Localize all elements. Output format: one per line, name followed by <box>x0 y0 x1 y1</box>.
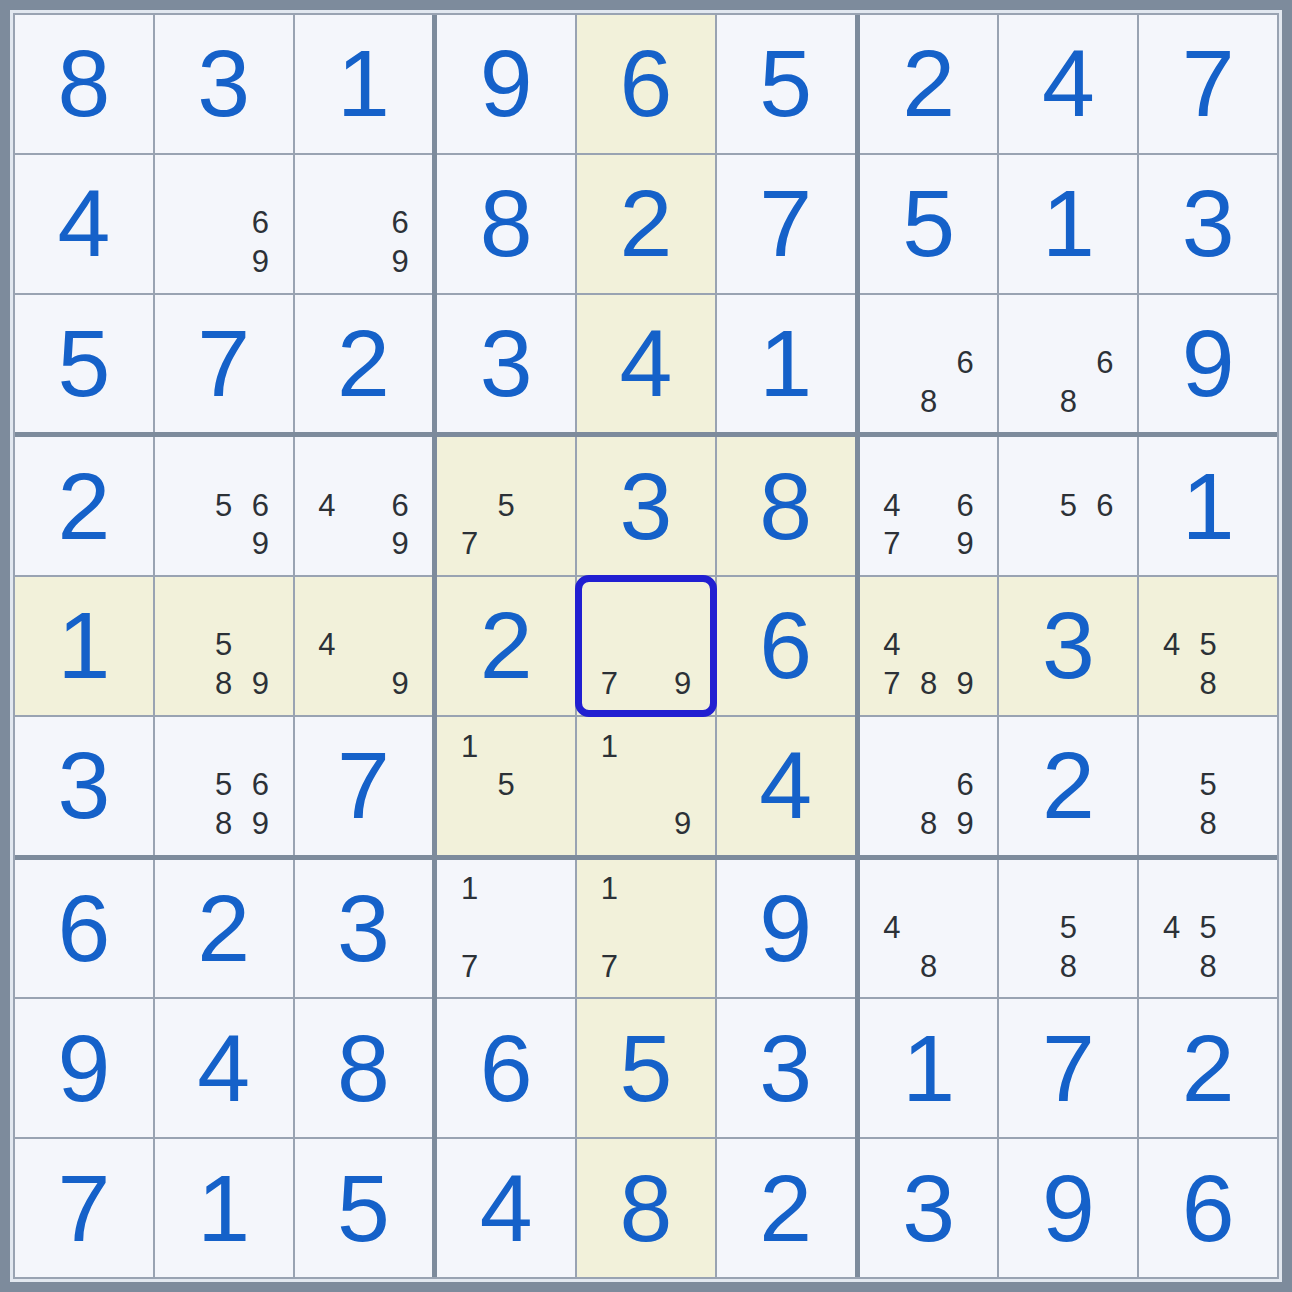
candidate-3 <box>1226 587 1263 626</box>
cell-value: 2 <box>197 881 250 976</box>
cell-r4c5[interactable]: 3 <box>577 437 715 575</box>
candidate-6 <box>242 626 279 665</box>
candidate-3 <box>382 447 419 486</box>
cell-r8c6[interactable]: 3 <box>717 999 855 1137</box>
candidate-3 <box>947 447 984 486</box>
candidate-grid: 15 <box>437 717 575 855</box>
candidate-7 <box>1013 525 1050 564</box>
box-4: 2569469158949356897 <box>15 437 432 854</box>
cell-r3c8[interactable]: 68 <box>999 295 1137 433</box>
candidate-1 <box>874 870 911 909</box>
cell-r6c1[interactable]: 3 <box>15 717 153 855</box>
candidate-5 <box>910 765 947 804</box>
candidate-5: 5 <box>1190 908 1227 947</box>
cell-value: 6 <box>620 36 673 131</box>
candidate-2 <box>1190 870 1227 909</box>
candidate-2 <box>628 870 665 909</box>
cell-r9c7[interactable]: 3 <box>860 1139 998 1277</box>
candidate-2 <box>1050 305 1087 344</box>
cell-value: 5 <box>57 316 110 411</box>
candidate-6 <box>947 626 984 665</box>
cell-r2c8[interactable]: 1 <box>999 155 1137 293</box>
candidate-5 <box>628 626 665 665</box>
candidate-2 <box>628 587 665 626</box>
cell-value: 7 <box>759 176 812 271</box>
candidate-6 <box>525 765 562 804</box>
cell-r5c7[interactable]: 4789 <box>860 577 998 715</box>
candidate-5 <box>910 626 947 665</box>
candidate-4: 4 <box>1153 626 1190 665</box>
candidate-9 <box>1087 525 1124 564</box>
cell-r2c2[interactable]: 69 <box>155 155 293 293</box>
cell-value: 2 <box>337 316 390 411</box>
candidate-grid: 17 <box>437 860 575 998</box>
candidate-6 <box>525 908 562 947</box>
cell-r2c1[interactable]: 4 <box>15 155 153 293</box>
candidate-3 <box>1226 870 1263 909</box>
cell-r4c7[interactable]: 4679 <box>860 437 998 575</box>
candidate-6 <box>1226 908 1263 947</box>
cell-value: 1 <box>1042 176 1095 271</box>
candidate-grid: 689 <box>860 717 998 855</box>
candidate-4: 4 <box>309 626 346 665</box>
candidate-1 <box>169 447 206 486</box>
candidate-2 <box>205 727 242 766</box>
candidate-7 <box>309 664 346 703</box>
cell-r3c5[interactable]: 4 <box>577 295 715 433</box>
board-inner-edge: 8314696957296582734124751368689256946915… <box>10 10 1282 1282</box>
cell-r1c4[interactable]: 9 <box>437 15 575 153</box>
candidate-2 <box>910 587 947 626</box>
candidate-9: 9 <box>242 804 279 843</box>
cell-value: 2 <box>480 598 533 693</box>
cell-r1c1[interactable]: 8 <box>15 15 153 153</box>
candidate-9: 9 <box>947 525 984 564</box>
cell-value: 1 <box>337 36 390 131</box>
candidate-7 <box>1153 804 1190 843</box>
candidate-2 <box>1050 447 1087 486</box>
candidate-8 <box>205 242 242 281</box>
cell-r1c2[interactable]: 3 <box>155 15 293 153</box>
cell-r3c4[interactable]: 3 <box>437 295 575 433</box>
candidate-8 <box>910 525 947 564</box>
cell-r1c9[interactable]: 7 <box>1139 15 1277 153</box>
candidate-grid: 57 <box>437 437 575 575</box>
candidate-3 <box>242 727 279 766</box>
candidate-1 <box>169 727 206 766</box>
candidate-grid: 49 <box>295 577 433 715</box>
cell-value: 2 <box>1182 1021 1235 1116</box>
candidate-grid: 68 <box>999 295 1137 433</box>
candidate-grid: 58 <box>999 860 1137 998</box>
candidate-7: 7 <box>874 525 911 564</box>
cell-value: 6 <box>759 598 812 693</box>
cell-r1c7[interactable]: 2 <box>860 15 998 153</box>
candidate-1 <box>874 727 911 766</box>
candidate-4: 4 <box>309 486 346 525</box>
cell-r8c7[interactable]: 1 <box>860 999 998 1137</box>
candidate-8 <box>488 947 525 986</box>
cell-r9c8[interactable]: 9 <box>999 1139 1137 1277</box>
cell-value: 8 <box>759 459 812 554</box>
candidate-7 <box>1013 382 1050 421</box>
candidate-1 <box>169 165 206 204</box>
candidate-6 <box>664 626 701 665</box>
candidate-7 <box>309 525 346 564</box>
candidate-3 <box>1087 305 1124 344</box>
cell-value: 6 <box>57 881 110 976</box>
cell-r9c3[interactable]: 5 <box>295 1139 433 1277</box>
candidate-7 <box>169 664 206 703</box>
cell-r7c3[interactable]: 3 <box>295 860 433 998</box>
candidate-8 <box>628 664 665 703</box>
candidate-grid: 569 <box>155 437 293 575</box>
cell-value: 2 <box>620 176 673 271</box>
candidate-5: 5 <box>488 765 525 804</box>
cell-r9c2[interactable]: 1 <box>155 1139 293 1277</box>
candidate-6: 6 <box>1087 343 1124 382</box>
candidate-5 <box>488 908 525 947</box>
candidate-1 <box>169 587 206 626</box>
cell-value: 4 <box>620 316 673 411</box>
cell-r5c2[interactable]: 589 <box>155 577 293 715</box>
cell-r5c5[interactable]: 79 <box>577 577 715 715</box>
candidate-2 <box>910 447 947 486</box>
candidate-8: 8 <box>910 382 947 421</box>
box-8: 17179653482 <box>437 860 854 1277</box>
candidate-7 <box>874 804 911 843</box>
cell-r2c4[interactable]: 8 <box>437 155 575 293</box>
candidate-2 <box>345 447 382 486</box>
candidate-6 <box>382 626 419 665</box>
candidate-5 <box>628 765 665 804</box>
cell-r3c6[interactable]: 1 <box>717 295 855 433</box>
candidate-grid: 458 <box>1139 860 1277 998</box>
candidate-5: 5 <box>1190 626 1227 665</box>
candidate-5 <box>910 486 947 525</box>
cell-r8c5[interactable]: 5 <box>577 999 715 1137</box>
candidate-7 <box>451 804 488 843</box>
cell-value: 4 <box>197 1021 250 1116</box>
cell-value: 3 <box>620 459 673 554</box>
candidate-8 <box>1050 525 1087 564</box>
cell-value: 4 <box>759 738 812 833</box>
cell-r5c3[interactable]: 49 <box>295 577 433 715</box>
cell-r3c1[interactable]: 5 <box>15 295 153 433</box>
cell-r7c9[interactable]: 458 <box>1139 860 1277 998</box>
box-7: 623948715 <box>15 860 432 1277</box>
cell-r7c7[interactable]: 48 <box>860 860 998 998</box>
candidate-4 <box>169 486 206 525</box>
cell-value: 1 <box>1182 459 1235 554</box>
candidate-8: 8 <box>1190 664 1227 703</box>
cell-value: 5 <box>759 36 812 131</box>
candidate-grid: 4789 <box>860 577 998 715</box>
candidate-4 <box>1153 765 1190 804</box>
box-9: 4858458172396 <box>860 860 1277 1277</box>
candidate-grid: 79 <box>577 577 715 715</box>
cell-r6c5[interactable]: 19 <box>577 717 715 855</box>
cell-r7c1[interactable]: 6 <box>15 860 153 998</box>
box-3: 24751368689 <box>860 15 1277 432</box>
candidate-5 <box>345 486 382 525</box>
candidate-1 <box>309 447 346 486</box>
candidate-9 <box>947 947 984 986</box>
cell-r3c3[interactable]: 2 <box>295 295 433 433</box>
cell-value: 9 <box>1042 1161 1095 1256</box>
cell-value: 7 <box>197 316 250 411</box>
candidate-8: 8 <box>910 664 947 703</box>
candidate-3 <box>947 587 984 626</box>
candidate-grid: 5689 <box>155 717 293 855</box>
cell-r9c5[interactable]: 8 <box>577 1139 715 1277</box>
candidate-3 <box>242 447 279 486</box>
candidate-9 <box>1087 382 1124 421</box>
cell-value: 3 <box>480 316 533 411</box>
candidate-3 <box>525 447 562 486</box>
cell-value: 7 <box>337 738 390 833</box>
candidate-3 <box>242 165 279 204</box>
cell-r5c8[interactable]: 3 <box>999 577 1137 715</box>
cell-r7c6[interactable]: 9 <box>717 860 855 998</box>
candidate-2 <box>205 165 242 204</box>
cell-value: 8 <box>337 1021 390 1116</box>
cell-value: 7 <box>57 1161 110 1256</box>
candidate-4 <box>309 203 346 242</box>
candidate-5 <box>345 203 382 242</box>
candidate-4 <box>451 486 488 525</box>
candidate-4 <box>591 908 628 947</box>
cell-value: 1 <box>197 1161 250 1256</box>
cell-r4c4[interactable]: 57 <box>437 437 575 575</box>
candidate-8 <box>628 947 665 986</box>
cell-r9c1[interactable]: 7 <box>15 1139 153 1277</box>
candidate-6: 6 <box>242 765 279 804</box>
candidate-5: 5 <box>205 765 242 804</box>
candidate-2 <box>488 447 525 486</box>
candidate-9 <box>1226 664 1263 703</box>
candidate-8: 8 <box>910 804 947 843</box>
cell-r1c8[interactable]: 4 <box>999 15 1137 153</box>
candidate-9: 9 <box>242 242 279 281</box>
candidate-1 <box>309 165 346 204</box>
cell-r3c2[interactable]: 7 <box>155 295 293 433</box>
candidate-9: 9 <box>947 664 984 703</box>
candidate-1: 1 <box>451 870 488 909</box>
cell-r2c3[interactable]: 69 <box>295 155 433 293</box>
cell-r7c4[interactable]: 17 <box>437 860 575 998</box>
cell-r8c3[interactable]: 8 <box>295 999 433 1137</box>
cell-r6c3[interactable]: 7 <box>295 717 433 855</box>
cell-r5c1[interactable]: 1 <box>15 577 153 715</box>
cell-r4c6[interactable]: 8 <box>717 437 855 575</box>
candidate-9 <box>1087 947 1124 986</box>
cell-value: 4 <box>480 1161 533 1256</box>
candidate-6 <box>1087 908 1124 947</box>
candidate-8 <box>628 804 665 843</box>
cell-r1c3[interactable]: 1 <box>295 15 433 153</box>
cell-r7c2[interactable]: 2 <box>155 860 293 998</box>
cell-value: 2 <box>902 36 955 131</box>
candidate-grid: 69 <box>155 155 293 293</box>
candidate-5: 5 <box>205 626 242 665</box>
cell-r8c1[interactable]: 9 <box>15 999 153 1137</box>
cell-value: 7 <box>1042 1021 1095 1116</box>
candidate-7 <box>1013 947 1050 986</box>
candidate-8: 8 <box>1190 947 1227 986</box>
cell-r7c5[interactable]: 17 <box>577 860 715 998</box>
candidate-8: 8 <box>1190 804 1227 843</box>
candidate-4: 4 <box>874 908 911 947</box>
cell-r5c6[interactable]: 6 <box>717 577 855 715</box>
candidate-9 <box>525 525 562 564</box>
candidate-1 <box>1153 587 1190 626</box>
candidate-7: 7 <box>591 664 628 703</box>
candidate-5: 5 <box>1050 486 1087 525</box>
candidate-7 <box>1153 664 1190 703</box>
candidate-6: 6 <box>947 765 984 804</box>
box-5: 5738279615194 <box>437 437 854 854</box>
candidate-4 <box>451 765 488 804</box>
cell-r9c9[interactable]: 6 <box>1139 1139 1277 1277</box>
candidate-8: 8 <box>1050 947 1087 986</box>
candidate-5 <box>628 908 665 947</box>
candidate-4: 4 <box>1153 908 1190 947</box>
cell-r8c9[interactable]: 2 <box>1139 999 1277 1137</box>
board-grid-edge: 8314696957296582734124751368689256946915… <box>13 13 1279 1279</box>
box-6: 467956147893458689258 <box>860 437 1277 854</box>
cell-r6c6[interactable]: 4 <box>717 717 855 855</box>
candidate-8 <box>345 242 382 281</box>
cell-value: 3 <box>57 738 110 833</box>
cell-value: 5 <box>620 1021 673 1116</box>
cell-r2c5[interactable]: 2 <box>577 155 715 293</box>
cell-r4c1[interactable]: 2 <box>15 437 153 575</box>
candidate-7 <box>169 525 206 564</box>
candidate-5 <box>910 343 947 382</box>
candidate-9: 9 <box>382 664 419 703</box>
cell-value: 5 <box>902 176 955 271</box>
candidate-3 <box>382 165 419 204</box>
candidate-1 <box>874 587 911 626</box>
candidate-3 <box>947 727 984 766</box>
cell-value: 6 <box>480 1021 533 1116</box>
candidate-3 <box>947 870 984 909</box>
candidate-9: 9 <box>382 525 419 564</box>
candidate-1 <box>451 447 488 486</box>
candidate-1 <box>874 305 911 344</box>
candidate-2 <box>1050 870 1087 909</box>
cell-value: 8 <box>620 1161 673 1256</box>
candidate-2 <box>488 727 525 766</box>
candidate-1 <box>591 587 628 626</box>
candidate-1 <box>874 447 911 486</box>
candidate-2 <box>910 727 947 766</box>
cell-value: 5 <box>337 1161 390 1256</box>
candidate-4 <box>169 203 206 242</box>
candidate-2 <box>628 727 665 766</box>
cell-r4c3[interactable]: 469 <box>295 437 433 575</box>
cell-value: 8 <box>57 36 110 131</box>
candidate-3 <box>382 587 419 626</box>
candidate-grid: 69 <box>295 155 433 293</box>
candidate-2 <box>205 587 242 626</box>
cell-r6c4[interactable]: 15 <box>437 717 575 855</box>
cell-r6c8[interactable]: 2 <box>999 717 1137 855</box>
box-2: 965827341 <box>437 15 854 432</box>
candidate-grid: 589 <box>155 577 293 715</box>
cell-r3c7[interactable]: 68 <box>860 295 998 433</box>
candidate-grid: 4679 <box>860 437 998 575</box>
cell-r1c5[interactable]: 6 <box>577 15 715 153</box>
candidate-9: 9 <box>664 804 701 843</box>
cell-r6c9[interactable]: 58 <box>1139 717 1277 855</box>
cell-r4c8[interactable]: 56 <box>999 437 1137 575</box>
candidate-4 <box>591 626 628 665</box>
cell-value: 9 <box>1182 316 1235 411</box>
candidate-4 <box>169 626 206 665</box>
cell-r8c2[interactable]: 4 <box>155 999 293 1137</box>
cell-r2c9[interactable]: 3 <box>1139 155 1277 293</box>
cell-value: 3 <box>1182 176 1235 271</box>
cell-value: 7 <box>1182 36 1235 131</box>
candidate-7 <box>169 242 206 281</box>
cell-r4c9[interactable]: 1 <box>1139 437 1277 575</box>
candidate-9 <box>664 947 701 986</box>
candidate-2 <box>1190 727 1227 766</box>
cell-value: 3 <box>197 36 250 131</box>
cell-value: 4 <box>57 176 110 271</box>
cell-r4c2[interactable]: 569 <box>155 437 293 575</box>
cell-r1c6[interactable]: 5 <box>717 15 855 153</box>
cell-r9c6[interactable]: 2 <box>717 1139 855 1277</box>
cell-r8c8[interactable]: 7 <box>999 999 1137 1137</box>
candidate-7 <box>874 947 911 986</box>
cell-r6c2[interactable]: 5689 <box>155 717 293 855</box>
candidate-6: 6 <box>1087 486 1124 525</box>
candidate-6 <box>664 765 701 804</box>
cell-value: 2 <box>57 459 110 554</box>
candidate-8 <box>488 804 525 843</box>
candidate-3 <box>525 727 562 766</box>
cell-r2c7[interactable]: 5 <box>860 155 998 293</box>
cell-value: 2 <box>759 1161 812 1256</box>
candidate-1 <box>1153 870 1190 909</box>
candidate-grid: 68 <box>860 295 998 433</box>
candidate-4 <box>169 765 206 804</box>
cell-r7c8[interactable]: 58 <box>999 860 1137 998</box>
cell-r3c9[interactable]: 9 <box>1139 295 1277 433</box>
candidate-9 <box>1226 947 1263 986</box>
candidate-7: 7 <box>451 525 488 564</box>
cell-r5c4[interactable]: 2 <box>437 577 575 715</box>
candidate-6 <box>525 486 562 525</box>
candidate-4 <box>1013 486 1050 525</box>
cell-value: 1 <box>759 316 812 411</box>
cell-r9c4[interactable]: 4 <box>437 1139 575 1277</box>
cell-value: 8 <box>480 176 533 271</box>
cell-r5c9[interactable]: 458 <box>1139 577 1277 715</box>
candidate-9 <box>947 382 984 421</box>
candidate-8: 8 <box>910 947 947 986</box>
cell-r2c6[interactable]: 7 <box>717 155 855 293</box>
candidate-3 <box>664 870 701 909</box>
candidate-2 <box>345 587 382 626</box>
cell-r8c4[interactable]: 6 <box>437 999 575 1137</box>
candidate-2 <box>910 305 947 344</box>
cell-r6c7[interactable]: 689 <box>860 717 998 855</box>
candidate-5: 5 <box>205 486 242 525</box>
